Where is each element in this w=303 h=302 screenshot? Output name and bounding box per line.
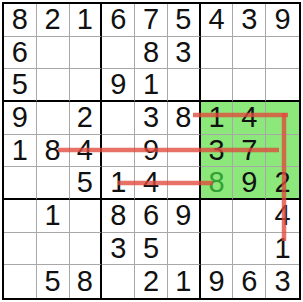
sudoku-board: 8216754396835919238141849375148921869435…	[2, 2, 301, 300]
cell-r9c4[interactable]	[102, 265, 135, 298]
cell-r7c5[interactable]: 6	[135, 200, 168, 233]
sudoku-app: 8216754396835919238141849375148921869435…	[0, 0, 303, 302]
cell-r6c4[interactable]: 1	[102, 167, 135, 200]
cell-r3c8[interactable]	[233, 69, 266, 102]
cell-r3c5[interactable]: 1	[135, 69, 168, 102]
cell-r4c3[interactable]: 2	[70, 102, 103, 135]
cell-r7c4[interactable]: 8	[102, 200, 135, 233]
cell-r8c5[interactable]: 5	[135, 233, 168, 266]
cell-r4c2[interactable]	[37, 102, 70, 135]
cell-r9c7[interactable]: 9	[201, 265, 234, 298]
cell-r7c1[interactable]	[4, 200, 37, 233]
cell-r6c1[interactable]	[4, 167, 37, 200]
cell-r3c2[interactable]	[37, 69, 70, 102]
cell-r5c9[interactable]	[266, 135, 299, 168]
cell-r2c5[interactable]: 8	[135, 37, 168, 70]
cell-r3c6[interactable]	[168, 69, 201, 102]
cell-r4c4[interactable]	[102, 102, 135, 135]
cell-r1c6[interactable]: 5	[168, 4, 201, 37]
cell-r3c7[interactable]	[201, 69, 234, 102]
cell-r6c5[interactable]: 4	[135, 167, 168, 200]
cell-r8c8[interactable]	[233, 233, 266, 266]
cell-r3c9[interactable]	[266, 69, 299, 102]
cell-r2c6[interactable]: 3	[168, 37, 201, 70]
cell-r6c3[interactable]: 5	[70, 167, 103, 200]
cell-r9c2[interactable]: 5	[37, 265, 70, 298]
cell-r2c7[interactable]	[201, 37, 234, 70]
cell-r6c2[interactable]	[37, 167, 70, 200]
cell-r9c8[interactable]: 6	[233, 265, 266, 298]
cell-r3c4[interactable]: 9	[102, 69, 135, 102]
cell-r9c1[interactable]	[4, 265, 37, 298]
cell-r2c8[interactable]	[233, 37, 266, 70]
cell-r6c8[interactable]: 9	[233, 167, 266, 200]
cell-r2c3[interactable]	[70, 37, 103, 70]
cell-r1c7[interactable]: 4	[201, 4, 234, 37]
cell-r7c3[interactable]	[70, 200, 103, 233]
cell-r7c7[interactable]	[201, 200, 234, 233]
cell-r4c8[interactable]: 4	[233, 102, 266, 135]
cell-r2c9[interactable]	[266, 37, 299, 70]
cell-r5c4[interactable]	[102, 135, 135, 168]
cell-r2c2[interactable]	[37, 37, 70, 70]
cell-r4c5[interactable]: 3	[135, 102, 168, 135]
cell-r5c5[interactable]: 9	[135, 135, 168, 168]
cell-r4c9[interactable]	[266, 102, 299, 135]
cell-r8c1[interactable]	[4, 233, 37, 266]
cell-r1c1[interactable]: 8	[4, 4, 37, 37]
cell-r9c9[interactable]: 3	[266, 265, 299, 298]
cell-r6c6[interactable]	[168, 167, 201, 200]
cell-r6c9[interactable]: 2	[266, 167, 299, 200]
cell-r1c3[interactable]: 1	[70, 4, 103, 37]
cell-r1c5[interactable]: 7	[135, 4, 168, 37]
cell-r5c7[interactable]: 3	[201, 135, 234, 168]
cell-r5c3[interactable]: 4	[70, 135, 103, 168]
cell-r9c6[interactable]: 1	[168, 265, 201, 298]
cell-r7c9[interactable]: 4	[266, 200, 299, 233]
cell-r1c9[interactable]: 9	[266, 4, 299, 37]
cell-r4c6[interactable]: 8	[168, 102, 201, 135]
cell-r7c8[interactable]	[233, 200, 266, 233]
cell-r7c2[interactable]: 1	[37, 200, 70, 233]
cell-r2c1[interactable]: 6	[4, 37, 37, 70]
cell-r1c2[interactable]: 2	[37, 4, 70, 37]
cell-r4c7[interactable]: 1	[201, 102, 234, 135]
cell-r3c3[interactable]	[70, 69, 103, 102]
cell-r3c1[interactable]: 5	[4, 69, 37, 102]
cell-r8c4[interactable]: 3	[102, 233, 135, 266]
cell-r6c7[interactable]: 8	[201, 167, 234, 200]
cell-r9c3[interactable]: 8	[70, 265, 103, 298]
cell-r1c4[interactable]: 6	[102, 4, 135, 37]
cell-r9c5[interactable]: 2	[135, 265, 168, 298]
cell-r8c2[interactable]	[37, 233, 70, 266]
cell-r8c3[interactable]	[70, 233, 103, 266]
cell-r4c1[interactable]: 9	[4, 102, 37, 135]
cell-r7c6[interactable]: 9	[168, 200, 201, 233]
cell-r2c4[interactable]	[102, 37, 135, 70]
cell-r8c6[interactable]	[168, 233, 201, 266]
cell-r1c8[interactable]: 3	[233, 4, 266, 37]
cell-r8c7[interactable]	[201, 233, 234, 266]
cell-r5c1[interactable]: 1	[4, 135, 37, 168]
cell-r5c2[interactable]: 8	[37, 135, 70, 168]
cell-r5c8[interactable]: 7	[233, 135, 266, 168]
cell-r8c9[interactable]: 1	[266, 233, 299, 266]
cell-r5c6[interactable]	[168, 135, 201, 168]
